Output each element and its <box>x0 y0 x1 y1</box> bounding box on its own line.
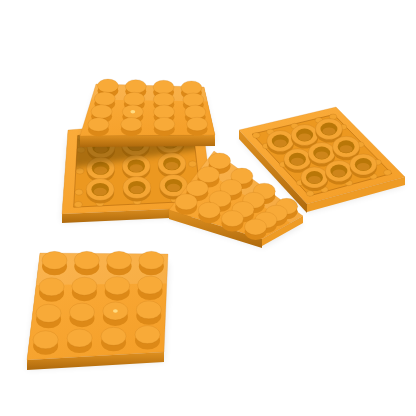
stud <box>101 327 126 351</box>
stud <box>72 277 97 301</box>
stud <box>105 277 130 301</box>
anti-stud-nub <box>75 189 83 195</box>
stud <box>33 331 58 355</box>
stud <box>139 251 164 275</box>
stud-highlight-dot <box>130 110 135 114</box>
tube-ring <box>123 177 151 202</box>
stud <box>39 278 64 302</box>
anti-stud-nub <box>189 161 197 167</box>
stud <box>67 329 92 353</box>
tube-ring <box>158 153 186 178</box>
stud <box>103 302 128 326</box>
tube-ring <box>350 154 377 178</box>
anti-stud-nub <box>306 191 314 197</box>
stud <box>198 202 220 223</box>
anti-stud-nub <box>384 170 392 176</box>
stud <box>107 251 132 275</box>
stud <box>154 117 175 136</box>
tube-ring <box>325 161 352 185</box>
stud <box>121 118 142 137</box>
anti-stud-nub <box>253 133 261 139</box>
plate-side-face <box>80 135 215 147</box>
stud <box>187 117 208 136</box>
plate-studs-top-back <box>80 79 215 147</box>
anti-stud-nub <box>74 201 82 207</box>
stud <box>69 303 94 327</box>
stud <box>175 194 197 215</box>
tube-ring <box>301 167 328 191</box>
product-photo <box>0 0 416 416</box>
stud <box>138 276 163 300</box>
stud <box>136 301 161 325</box>
lego-plates-photo <box>0 0 416 416</box>
stud <box>36 304 61 328</box>
stud <box>42 251 67 275</box>
stud <box>74 251 99 275</box>
stud <box>245 219 267 240</box>
stud-highlight-dot <box>113 309 118 313</box>
stud <box>221 211 243 232</box>
tube-ring <box>86 179 114 204</box>
plate-studs-bottom-left <box>27 251 168 370</box>
anti-stud-nub <box>76 168 84 174</box>
stud <box>88 118 109 137</box>
stud <box>135 326 160 350</box>
